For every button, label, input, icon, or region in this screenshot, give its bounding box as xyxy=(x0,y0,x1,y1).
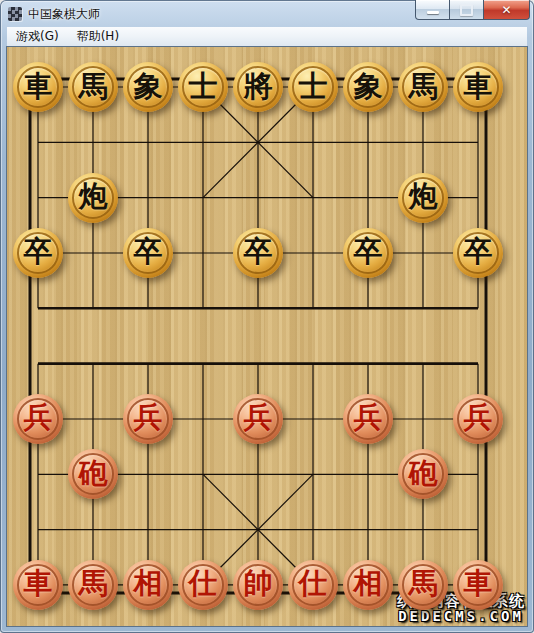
red-cannon-piece[interactable]: 砲 xyxy=(68,449,118,499)
black-soldier-piece[interactable]: 卒 xyxy=(233,228,283,278)
red-soldier-piece[interactable]: 兵 xyxy=(123,394,173,444)
black-advisor-piece[interactable]: 士 xyxy=(178,62,228,112)
red-horse-piece[interactable]: 馬 xyxy=(398,560,448,610)
red-advisor-piece[interactable]: 仕 xyxy=(288,560,338,610)
menu-bar: 游戏(G)帮助(H) xyxy=(7,27,527,47)
piece-character: 馬 xyxy=(409,569,438,598)
window-controls: ✕ xyxy=(415,0,530,20)
piece-character: 車 xyxy=(24,569,53,598)
red-elephant-piece[interactable]: 相 xyxy=(343,560,393,610)
piece-character: 車 xyxy=(464,569,493,598)
piece-character: 馬 xyxy=(79,72,108,101)
maximize-button[interactable] xyxy=(450,0,484,20)
black-soldier-piece[interactable]: 卒 xyxy=(453,228,503,278)
piece-character: 卒 xyxy=(354,237,383,266)
piece-character: 將 xyxy=(244,72,273,101)
close-icon: ✕ xyxy=(501,3,511,17)
red-advisor-piece[interactable]: 仕 xyxy=(178,560,228,610)
red-soldier-piece[interactable]: 兵 xyxy=(343,394,393,444)
black-elephant-piece[interactable]: 象 xyxy=(123,62,173,112)
piece-character: 馬 xyxy=(79,569,108,598)
piece-character: 炮 xyxy=(79,182,108,211)
app-icon xyxy=(8,7,22,21)
title-bar[interactable]: 中国象棋大师 ✕ xyxy=(0,0,534,27)
maximize-icon xyxy=(460,4,473,16)
black-horse-piece[interactable]: 馬 xyxy=(398,62,448,112)
piece-character: 兵 xyxy=(134,403,163,432)
red-soldier-piece[interactable]: 兵 xyxy=(233,394,283,444)
piece-character: 兵 xyxy=(244,403,273,432)
red-soldier-piece[interactable]: 兵 xyxy=(13,394,63,444)
black-horse-piece[interactable]: 馬 xyxy=(68,62,118,112)
black-soldier-piece[interactable]: 卒 xyxy=(123,228,173,278)
piece-character: 砲 xyxy=(409,459,438,488)
menu-item-game[interactable]: 游戏(G) xyxy=(7,26,68,47)
piece-character: 卒 xyxy=(134,237,163,266)
piece-character: 仕 xyxy=(299,569,328,598)
menu-item-help[interactable]: 帮助(H) xyxy=(68,26,128,47)
piece-character: 卒 xyxy=(244,237,273,266)
close-button[interactable]: ✕ xyxy=(484,0,530,20)
piece-character: 卒 xyxy=(464,237,493,266)
minimize-button[interactable] xyxy=(415,0,450,20)
minimize-icon xyxy=(427,11,439,14)
black-advisor-piece[interactable]: 士 xyxy=(288,62,338,112)
piece-character: 帥 xyxy=(244,569,273,598)
piece-character: 士 xyxy=(299,72,328,101)
window-title: 中国象棋大师 xyxy=(28,6,100,23)
xiangqi-board: 织梦内容管理系统 DEDECMS.COM 車馬象士將士象馬車炮炮卒卒卒卒卒兵兵兵… xyxy=(7,47,527,626)
board-grid xyxy=(7,47,527,626)
red-horse-piece[interactable]: 馬 xyxy=(68,560,118,610)
piece-character: 仕 xyxy=(189,569,218,598)
red-elephant-piece[interactable]: 相 xyxy=(123,560,173,610)
piece-character: 砲 xyxy=(79,459,108,488)
piece-character: 馬 xyxy=(409,72,438,101)
black-cannon-piece[interactable]: 炮 xyxy=(68,173,118,223)
piece-character: 卒 xyxy=(24,237,53,266)
red-cannon-piece[interactable]: 砲 xyxy=(398,449,448,499)
red-general-piece[interactable]: 帥 xyxy=(233,560,283,610)
red-soldier-piece[interactable]: 兵 xyxy=(453,394,503,444)
black-chariot-piece[interactable]: 車 xyxy=(453,62,503,112)
piece-character: 士 xyxy=(189,72,218,101)
red-chariot-piece[interactable]: 車 xyxy=(453,560,503,610)
piece-character: 象 xyxy=(354,72,383,101)
piece-character: 兵 xyxy=(24,403,53,432)
app-window: 中国象棋大师 ✕ 游戏(G)帮助(H) 织梦内容管理系统 DEDECMS.COM… xyxy=(0,0,534,633)
piece-character: 兵 xyxy=(354,403,383,432)
piece-character: 車 xyxy=(24,72,53,101)
black-general-piece[interactable]: 將 xyxy=(233,62,283,112)
piece-character: 相 xyxy=(134,569,163,598)
black-chariot-piece[interactable]: 車 xyxy=(13,62,63,112)
piece-character: 兵 xyxy=(464,403,493,432)
red-chariot-piece[interactable]: 車 xyxy=(13,560,63,610)
black-elephant-piece[interactable]: 象 xyxy=(343,62,393,112)
piece-character: 相 xyxy=(354,569,383,598)
black-soldier-piece[interactable]: 卒 xyxy=(343,228,393,278)
piece-character: 象 xyxy=(134,72,163,101)
black-soldier-piece[interactable]: 卒 xyxy=(13,228,63,278)
black-cannon-piece[interactable]: 炮 xyxy=(398,173,448,223)
piece-character: 車 xyxy=(464,72,493,101)
piece-character: 炮 xyxy=(409,182,438,211)
